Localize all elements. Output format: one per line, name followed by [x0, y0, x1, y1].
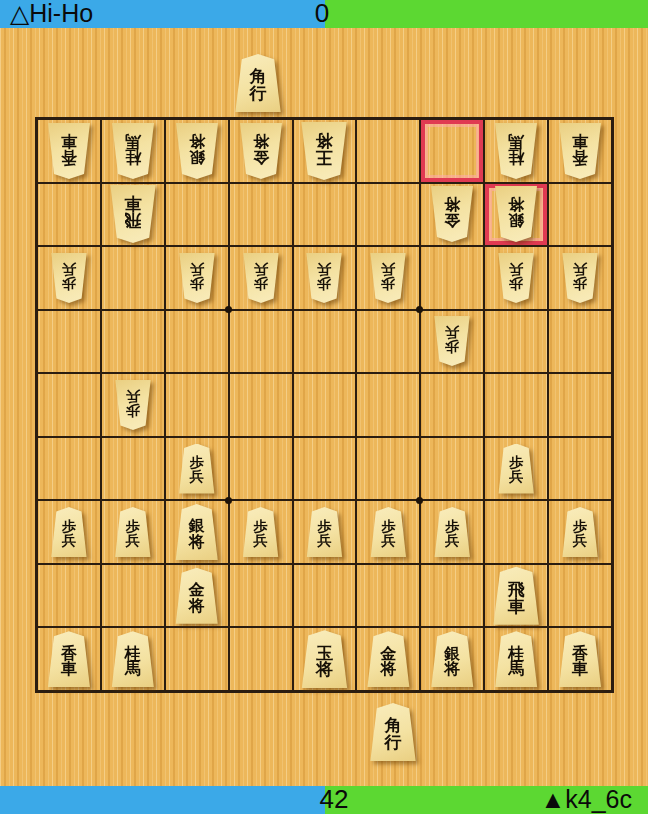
square-5i[interactable]: 玉将 — [294, 628, 356, 690]
square-3f[interactable] — [421, 438, 483, 500]
square-7i[interactable] — [166, 628, 228, 690]
piece-silver-gote: 銀将 — [172, 123, 222, 179]
square-3e[interactable] — [421, 374, 483, 436]
square-9i[interactable]: 香車 — [38, 628, 100, 690]
square-5h[interactable] — [294, 565, 356, 627]
square-1a[interactable]: 香車 — [549, 120, 611, 182]
square-4e[interactable] — [357, 374, 419, 436]
square-9e[interactable] — [38, 374, 100, 436]
square-9b[interactable] — [38, 184, 100, 246]
square-2f[interactable]: 歩兵 — [485, 438, 547, 500]
piece-gold-sente: 金将 — [172, 568, 222, 624]
piece-pawn-sente: 歩兵 — [240, 507, 282, 557]
square-2d[interactable] — [485, 311, 547, 373]
piece-silver-gote: 銀将 — [491, 186, 541, 242]
square-8c[interactable] — [102, 247, 164, 309]
piece-king-sente: 玉将 — [297, 630, 351, 688]
square-9h[interactable] — [38, 565, 100, 627]
square-2g[interactable] — [485, 501, 547, 563]
piece-pawn-gote: 歩兵 — [112, 380, 154, 430]
square-1g[interactable]: 歩兵 — [549, 501, 611, 563]
square-8f[interactable] — [102, 438, 164, 500]
square-3h[interactable] — [421, 565, 483, 627]
square-6g[interactable]: 歩兵 — [230, 501, 292, 563]
square-8a[interactable]: 桂馬 — [102, 120, 164, 182]
piece-gold-gote: 金将 — [427, 186, 477, 242]
square-4g[interactable]: 歩兵 — [357, 501, 419, 563]
piece-pawn-sente: 歩兵 — [367, 507, 409, 557]
square-5f[interactable] — [294, 438, 356, 500]
piece-king-gote: 王将 — [297, 122, 351, 180]
piece-rook-sente: 飛車 — [489, 567, 543, 625]
shogi-board: 香車桂馬銀将金将王将桂馬香車飛車金将銀将歩兵歩兵歩兵歩兵歩兵歩兵歩兵歩兵歩兵歩兵… — [35, 117, 614, 693]
square-9c[interactable]: 歩兵 — [38, 247, 100, 309]
piece-rook-gote: 飛車 — [106, 185, 160, 243]
gote-player-name: △Hi-Ho — [10, 0, 93, 28]
square-1i[interactable]: 香車 — [549, 628, 611, 690]
piece-pawn-sente: 歩兵 — [431, 507, 473, 557]
star-point — [225, 497, 232, 504]
gote-counter-value: 0 — [315, 0, 329, 28]
square-9g[interactable]: 歩兵 — [38, 501, 100, 563]
piece-pawn-sente: 歩兵 — [176, 444, 218, 494]
hand-piece-bishop-sente[interactable]: 角行 — [366, 703, 420, 761]
square-4b[interactable] — [357, 184, 419, 246]
square-5b[interactable] — [294, 184, 356, 246]
square-2e[interactable] — [485, 374, 547, 436]
square-2i[interactable]: 桂馬 — [485, 628, 547, 690]
square-6f[interactable] — [230, 438, 292, 500]
bottom-status-bar: 42 ▲k4_6c — [0, 786, 648, 814]
piece-silver-sente: 銀将 — [427, 631, 477, 687]
piece-gold-sente: 金将 — [363, 631, 413, 687]
piece-pawn-gote: 歩兵 — [48, 253, 90, 303]
square-7g[interactable]: 銀将 — [166, 501, 228, 563]
piece-pawn-gote: 歩兵 — [176, 253, 218, 303]
piece-pawn-gote: 歩兵 — [240, 253, 282, 303]
square-4d[interactable] — [357, 311, 419, 373]
square-6a[interactable]: 金将 — [230, 120, 292, 182]
square-2c[interactable]: 歩兵 — [485, 247, 547, 309]
square-6i[interactable] — [230, 628, 292, 690]
square-6d[interactable] — [230, 311, 292, 373]
piece-pawn-sente: 歩兵 — [112, 507, 154, 557]
square-4h[interactable] — [357, 565, 419, 627]
sente-time-gauge — [0, 786, 325, 814]
square-7a[interactable]: 銀将 — [166, 120, 228, 182]
square-7f[interactable]: 歩兵 — [166, 438, 228, 500]
square-2h[interactable]: 飛車 — [485, 565, 547, 627]
piece-pawn-gote: 歩兵 — [431, 316, 473, 366]
square-2a[interactable]: 桂馬 — [485, 120, 547, 182]
piece-pawn-gote: 歩兵 — [559, 253, 601, 303]
piece-gold-gote: 金将 — [236, 123, 286, 179]
piece-lance-sente: 香車 — [44, 631, 94, 687]
square-9a[interactable]: 香車 — [38, 120, 100, 182]
square-4f[interactable] — [357, 438, 419, 500]
square-6h[interactable] — [230, 565, 292, 627]
square-7c[interactable]: 歩兵 — [166, 247, 228, 309]
piece-pawn-sente: 歩兵 — [48, 507, 90, 557]
sente-player-name: ▲k4_6c — [541, 786, 632, 814]
square-3b[interactable]: 金将 — [421, 184, 483, 246]
square-1f[interactable] — [549, 438, 611, 500]
square-6e[interactable] — [230, 374, 292, 436]
piece-knight-sente: 桂馬 — [108, 631, 158, 687]
top-status-bar: △Hi-Ho 0 — [0, 0, 648, 28]
piece-silver-sente: 銀将 — [172, 504, 222, 560]
square-1c[interactable]: 歩兵 — [549, 247, 611, 309]
gote-time-gauge-remainder — [325, 0, 648, 28]
piece-pawn-sente: 歩兵 — [559, 507, 601, 557]
square-1h[interactable] — [549, 565, 611, 627]
piece-pawn-gote: 歩兵 — [303, 253, 345, 303]
square-1e[interactable] — [549, 374, 611, 436]
square-5e[interactable] — [294, 374, 356, 436]
square-3c[interactable] — [421, 247, 483, 309]
square-5g[interactable]: 歩兵 — [294, 501, 356, 563]
square-5d[interactable] — [294, 311, 356, 373]
square-8e[interactable]: 歩兵 — [102, 374, 164, 436]
square-2b[interactable]: 銀将 — [485, 184, 547, 246]
star-point — [416, 306, 423, 313]
square-5a[interactable]: 王将 — [294, 120, 356, 182]
square-6b[interactable] — [230, 184, 292, 246]
square-3d[interactable]: 歩兵 — [421, 311, 483, 373]
board-grid: 香車桂馬銀将金将王将桂馬香車飛車金将銀将歩兵歩兵歩兵歩兵歩兵歩兵歩兵歩兵歩兵歩兵… — [38, 120, 611, 690]
square-7d[interactable] — [166, 311, 228, 373]
square-3i[interactable]: 銀将 — [421, 628, 483, 690]
square-4i[interactable]: 金将 — [357, 628, 419, 690]
square-8h[interactable] — [102, 565, 164, 627]
star-point — [416, 497, 423, 504]
square-8d[interactable] — [102, 311, 164, 373]
piece-pawn-sente: 歩兵 — [303, 507, 345, 557]
sente-counter-value: 42 — [320, 786, 349, 814]
square-8b[interactable]: 飛車 — [102, 184, 164, 246]
square-9f[interactable] — [38, 438, 100, 500]
piece-pawn-sente: 歩兵 — [495, 444, 537, 494]
piece-lance-gote: 香車 — [44, 123, 94, 179]
square-4c[interactable]: 歩兵 — [357, 247, 419, 309]
square-8i[interactable]: 桂馬 — [102, 628, 164, 690]
piece-knight-gote: 桂馬 — [491, 123, 541, 179]
square-1b[interactable] — [549, 184, 611, 246]
square-8g[interactable]: 歩兵 — [102, 501, 164, 563]
square-7e[interactable] — [166, 374, 228, 436]
square-7b[interactable] — [166, 184, 228, 246]
piece-knight-gote: 桂馬 — [108, 123, 158, 179]
piece-lance-gote: 香車 — [555, 123, 605, 179]
hand-piece-bishop-gote[interactable]: 角行 — [231, 54, 285, 112]
square-3a[interactable] — [421, 120, 483, 182]
star-point — [225, 306, 232, 313]
square-4a[interactable] — [357, 120, 419, 182]
square-7h[interactable]: 金将 — [166, 565, 228, 627]
square-5c[interactable]: 歩兵 — [294, 247, 356, 309]
piece-pawn-gote: 歩兵 — [495, 253, 537, 303]
square-3g[interactable]: 歩兵 — [421, 501, 483, 563]
piece-lance-sente: 香車 — [555, 631, 605, 687]
square-9d[interactable] — [38, 311, 100, 373]
square-6c[interactable]: 歩兵 — [230, 247, 292, 309]
piece-knight-sente: 桂馬 — [491, 631, 541, 687]
square-1d[interactable] — [549, 311, 611, 373]
piece-pawn-gote: 歩兵 — [367, 253, 409, 303]
